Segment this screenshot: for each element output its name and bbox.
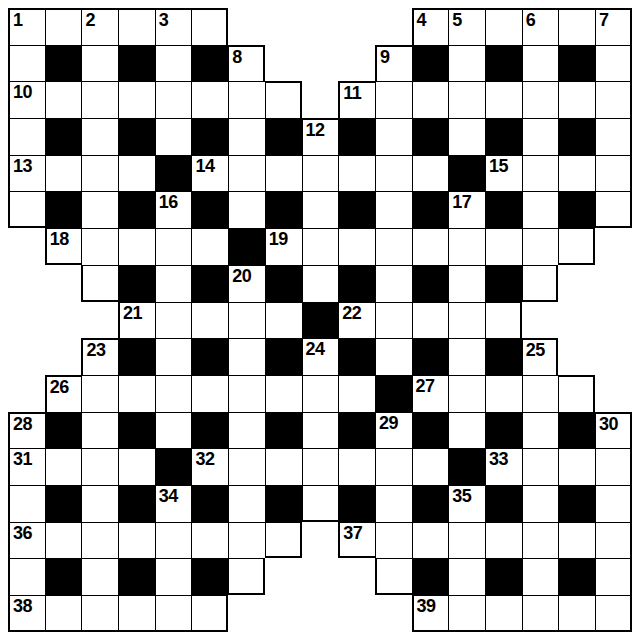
white-cell[interactable] [228,118,265,155]
white-cell[interactable] [302,412,339,449]
white-cell[interactable] [228,302,265,339]
clue-number: 25 [526,341,545,359]
white-cell[interactable] [522,155,559,192]
clue-number: 16 [159,193,178,211]
white-cell[interactable]: 35 [448,485,485,522]
white-cell[interactable]: 14 [191,155,228,192]
void-cell [265,558,302,595]
white-cell[interactable] [595,118,632,155]
void-cell [338,8,375,45]
white-cell[interactable]: 39 [412,595,449,632]
black-cell [155,155,192,192]
white-cell[interactable] [485,595,522,632]
black-cell [118,338,155,375]
clue-number: 29 [379,414,398,432]
void-cell [302,45,339,82]
clue-number: 6 [526,11,536,29]
black-cell [558,118,595,155]
void-cell [265,45,302,82]
white-cell[interactable] [191,522,228,559]
white-cell[interactable] [522,191,559,228]
void-cell [595,375,632,412]
white-cell[interactable] [265,375,302,412]
black-cell [45,191,82,228]
void-cell [45,338,82,375]
void-cell [8,228,45,265]
white-cell[interactable] [375,228,412,265]
white-cell[interactable] [45,595,82,632]
white-cell[interactable] [228,448,265,485]
white-cell[interactable]: 2 [81,8,118,45]
white-cell[interactable] [595,558,632,595]
black-cell [485,485,522,522]
clue-number: 18 [50,230,69,248]
clue-number: 26 [50,378,69,396]
white-cell[interactable] [448,595,485,632]
black-cell [485,412,522,449]
black-cell [191,118,228,155]
white-cell[interactable] [595,45,632,82]
white-cell[interactable] [155,522,192,559]
black-cell [558,485,595,522]
clue-number: 4 [417,11,427,29]
white-cell[interactable] [302,191,339,228]
clue-number: 38 [13,597,32,615]
white-cell[interactable]: 9 [375,45,412,82]
white-cell[interactable] [595,155,632,192]
white-cell[interactable] [81,448,118,485]
white-cell[interactable] [81,558,118,595]
void-cell [302,8,339,45]
white-cell[interactable] [448,228,485,265]
white-cell[interactable] [228,338,265,375]
white-cell[interactable] [81,412,118,449]
white-cell[interactable]: 13 [8,155,45,192]
white-cell[interactable]: 1 [8,8,45,45]
white-cell[interactable] [265,155,302,192]
white-cell[interactable] [81,155,118,192]
white-cell[interactable] [375,155,412,192]
white-cell[interactable] [302,155,339,192]
white-cell[interactable]: 21 [118,302,155,339]
black-cell [191,485,228,522]
clue-number: 11 [343,84,361,102]
white-cell[interactable]: 18 [45,228,82,265]
void-cell [45,265,82,302]
white-cell[interactable] [522,228,559,265]
white-cell[interactable] [155,558,192,595]
white-cell[interactable] [375,558,412,595]
white-cell[interactable] [375,338,412,375]
white-cell[interactable]: 33 [485,448,522,485]
white-cell[interactable] [412,155,449,192]
white-cell[interactable] [412,302,449,339]
black-cell [45,45,82,82]
void-cell [595,302,632,339]
black-cell [191,191,228,228]
white-cell[interactable] [595,81,632,118]
white-cell[interactable]: 7 [595,8,632,45]
white-cell[interactable] [45,522,82,559]
white-cell[interactable] [375,265,412,302]
white-cell[interactable]: 30 [595,412,632,449]
white-cell[interactable] [155,45,192,82]
white-cell[interactable] [302,485,339,522]
white-cell[interactable] [8,118,45,155]
white-cell[interactable] [375,522,412,559]
clue-number: 21 [123,304,142,322]
white-cell[interactable] [228,155,265,192]
white-cell[interactable] [118,448,155,485]
white-cell[interactable] [45,448,82,485]
clue-number: 30 [599,415,618,433]
void-cell [558,265,595,302]
white-cell[interactable]: 16 [155,191,192,228]
white-cell[interactable]: 6 [522,8,559,45]
black-cell [485,118,522,155]
black-cell [338,265,375,302]
white-cell[interactable] [8,191,45,228]
black-cell [412,485,449,522]
clue-number: 33 [489,450,508,468]
white-cell[interactable] [118,155,155,192]
white-cell[interactable] [412,81,449,118]
white-cell[interactable]: 20 [228,265,265,302]
white-cell[interactable]: 26 [45,375,82,412]
white-cell[interactable] [81,45,118,82]
void-cell [8,375,45,412]
white-cell[interactable] [448,302,485,339]
white-cell[interactable]: 38 [8,595,45,632]
white-cell[interactable]: 24 [302,338,339,375]
white-cell[interactable] [81,522,118,559]
white-cell[interactable] [118,81,155,118]
white-cell[interactable] [45,81,82,118]
void-cell [338,45,375,82]
white-cell[interactable] [522,118,559,155]
white-cell[interactable] [522,448,559,485]
white-cell[interactable] [45,155,82,192]
white-cell[interactable] [155,118,192,155]
black-cell [338,191,375,228]
white-cell[interactable] [485,302,522,339]
white-cell[interactable] [375,448,412,485]
white-cell[interactable] [118,375,155,412]
black-cell [412,118,449,155]
white-cell[interactable] [485,228,522,265]
clue-number: 7 [599,11,609,29]
white-cell[interactable] [81,595,118,632]
white-cell[interactable] [8,45,45,82]
white-cell[interactable] [558,448,595,485]
white-cell[interactable] [155,81,192,118]
crossword-page: 1234567891011121314151617181920212223242… [0,0,640,640]
clue-number: 28 [13,415,32,433]
white-cell[interactable]: 15 [485,155,522,192]
clue-number: 3 [159,11,169,29]
white-cell[interactable] [191,375,228,412]
white-cell[interactable]: 23 [81,338,118,375]
white-cell[interactable] [558,155,595,192]
black-cell [558,558,595,595]
white-cell[interactable] [522,375,559,412]
white-cell[interactable] [448,522,485,559]
clue-number: 14 [195,157,214,175]
black-cell [412,338,449,375]
black-cell [412,265,449,302]
black-cell [558,412,595,449]
white-cell[interactable] [485,375,522,412]
white-cell[interactable] [485,81,522,118]
white-cell[interactable] [595,485,632,522]
white-cell[interactable] [228,375,265,412]
white-cell[interactable] [302,375,339,412]
white-cell[interactable] [558,228,595,265]
black-cell [265,118,302,155]
white-cell[interactable] [412,228,449,265]
white-cell[interactable] [118,8,155,45]
white-cell[interactable]: 34 [155,485,192,522]
white-cell[interactable] [522,595,559,632]
white-cell[interactable]: 31 [8,448,45,485]
black-cell [191,338,228,375]
black-cell [338,412,375,449]
black-cell [412,191,449,228]
black-cell [45,118,82,155]
white-cell[interactable] [8,558,45,595]
white-cell[interactable] [375,191,412,228]
white-cell[interactable]: 3 [155,8,192,45]
white-cell[interactable]: 10 [8,81,45,118]
crossword-grid: 1234567891011121314151617181920212223242… [8,8,632,632]
void-cell [8,302,45,339]
white-cell[interactable] [448,412,485,449]
black-cell [191,265,228,302]
white-cell[interactable] [412,448,449,485]
white-cell[interactable] [448,81,485,118]
white-cell[interactable]: 17 [448,191,485,228]
white-cell[interactable] [302,448,339,485]
white-cell[interactable] [522,45,559,82]
white-cell[interactable] [265,448,302,485]
void-cell [302,558,339,595]
void-cell [375,8,412,45]
black-cell [118,191,155,228]
white-cell[interactable] [81,118,118,155]
white-cell[interactable] [375,302,412,339]
black-cell [412,412,449,449]
white-cell[interactable]: 32 [191,448,228,485]
white-cell[interactable] [155,228,192,265]
white-cell[interactable] [448,118,485,155]
white-cell[interactable] [228,558,265,595]
white-cell[interactable] [485,522,522,559]
white-cell[interactable] [155,265,192,302]
white-cell[interactable] [522,558,559,595]
white-cell[interactable] [595,595,632,632]
white-cell[interactable] [8,485,45,522]
white-cell[interactable] [522,81,559,118]
black-cell [118,45,155,82]
black-cell [485,265,522,302]
white-cell[interactable]: 29 [375,412,412,449]
black-cell [338,338,375,375]
void-cell [302,595,339,632]
black-cell [118,118,155,155]
white-cell[interactable]: 25 [522,338,559,375]
white-cell[interactable] [595,191,632,228]
white-cell[interactable] [448,558,485,595]
void-cell [338,595,375,632]
white-cell[interactable] [191,595,228,632]
white-cell[interactable] [265,81,302,118]
white-cell[interactable] [45,8,82,45]
clue-number: 24 [306,340,325,358]
black-cell [191,412,228,449]
black-cell [155,448,192,485]
white-cell[interactable] [228,522,265,559]
white-cell[interactable] [338,448,375,485]
black-cell [375,375,412,412]
white-cell[interactable] [375,118,412,155]
white-cell[interactable]: 27 [412,375,449,412]
clue-number: 13 [13,157,32,175]
clue-number: 32 [195,450,214,468]
white-cell[interactable] [338,155,375,192]
white-cell[interactable] [448,338,485,375]
white-cell[interactable] [191,228,228,265]
void-cell [8,265,45,302]
white-cell[interactable]: 12 [302,118,339,155]
white-cell[interactable] [558,595,595,632]
black-cell [118,412,155,449]
white-cell[interactable] [118,228,155,265]
white-cell[interactable]: 28 [8,412,45,449]
white-cell[interactable] [155,412,192,449]
white-cell[interactable] [191,302,228,339]
white-cell[interactable] [595,522,632,559]
black-cell [338,118,375,155]
white-cell[interactable] [155,595,192,632]
black-cell [228,228,265,265]
void-cell [8,338,45,375]
white-cell[interactable]: 11 [338,81,375,118]
white-cell[interactable] [191,81,228,118]
white-cell[interactable] [558,375,595,412]
clue-number: 8 [232,48,242,66]
void-cell [302,81,339,118]
white-cell[interactable]: 36 [8,522,45,559]
white-cell[interactable] [412,522,449,559]
white-cell[interactable] [265,302,302,339]
white-cell[interactable] [522,485,559,522]
white-cell[interactable] [118,522,155,559]
clue-number: 12 [306,121,325,139]
white-cell[interactable]: 8 [228,45,265,82]
clue-number: 34 [159,487,178,505]
black-cell [485,45,522,82]
void-cell [45,302,82,339]
white-cell[interactable] [595,448,632,485]
white-cell[interactable] [81,81,118,118]
void-cell [302,522,339,559]
void-cell [265,595,302,632]
white-cell[interactable] [522,265,559,302]
white-cell[interactable] [228,81,265,118]
white-cell[interactable] [338,375,375,412]
void-cell [558,338,595,375]
white-cell[interactable] [558,522,595,559]
black-cell [118,265,155,302]
clue-number: 1 [13,11,23,29]
black-cell [265,265,302,302]
void-cell [81,302,118,339]
white-cell[interactable] [228,412,265,449]
black-cell [45,558,82,595]
white-cell[interactable] [118,595,155,632]
clue-number: 39 [417,597,436,615]
white-cell[interactable] [81,485,118,522]
clue-number: 17 [452,193,471,211]
white-cell[interactable] [155,375,192,412]
white-cell[interactable]: 22 [338,302,375,339]
black-cell [265,191,302,228]
white-cell[interactable]: 19 [265,228,302,265]
black-cell [485,191,522,228]
black-cell [191,45,228,82]
white-cell[interactable] [375,485,412,522]
white-cell[interactable] [228,191,265,228]
white-cell[interactable] [81,375,118,412]
white-cell[interactable] [448,265,485,302]
black-cell [338,485,375,522]
white-cell[interactable] [302,265,339,302]
white-cell[interactable] [448,45,485,82]
white-cell[interactable] [448,375,485,412]
white-cell[interactable] [375,81,412,118]
clue-number: 20 [232,267,251,285]
clue-number: 35 [452,487,471,505]
white-cell[interactable] [265,522,302,559]
void-cell [375,595,412,632]
black-cell [265,412,302,449]
white-cell[interactable] [558,8,595,45]
white-cell[interactable]: 37 [338,522,375,559]
white-cell[interactable]: 5 [448,8,485,45]
white-cell[interactable] [522,412,559,449]
white-cell[interactable] [155,338,192,375]
clue-number: 37 [343,524,362,542]
white-cell[interactable] [191,8,228,45]
black-cell [485,338,522,375]
void-cell [265,8,302,45]
white-cell[interactable] [155,302,192,339]
white-cell[interactable] [228,485,265,522]
black-cell [118,485,155,522]
black-cell [45,412,82,449]
white-cell[interactable] [338,228,375,265]
white-cell[interactable] [81,228,118,265]
black-cell [265,338,302,375]
void-cell [595,265,632,302]
white-cell[interactable] [302,228,339,265]
white-cell[interactable] [485,8,522,45]
white-cell[interactable] [522,522,559,559]
white-cell[interactable] [81,191,118,228]
white-cell[interactable]: 4 [412,8,449,45]
white-cell[interactable] [558,81,595,118]
white-cell[interactable] [81,265,118,302]
